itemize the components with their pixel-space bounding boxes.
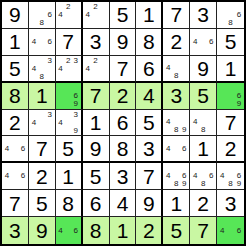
- cell-r2c9[interactable]: 5: [217, 29, 244, 56]
- cell-r7c2[interactable]: 2: [29, 163, 56, 190]
- candidate-4: 4: [191, 38, 199, 46]
- digit: 7: [36, 138, 48, 159]
- candidate-9: 9: [72, 127, 80, 135]
- cell-r7c1[interactable]: 46: [2, 163, 29, 190]
- digit: 5: [90, 166, 102, 187]
- candidate-6: 6: [46, 38, 54, 46]
- cell-r2c3[interactable]: 7: [56, 29, 83, 56]
- cell-r4c4[interactable]: 7: [83, 83, 110, 110]
- digit: 2: [170, 31, 182, 52]
- cell-r6c4[interactable]: 9: [83, 136, 110, 163]
- digit: 9: [36, 220, 48, 241]
- cell-r3c8[interactable]: 9: [190, 56, 217, 83]
- digit: 5: [62, 138, 74, 159]
- cell-r8c2[interactable]: 5: [29, 190, 56, 217]
- cell-r9c3[interactable]: 46: [56, 217, 83, 244]
- digit: 3: [170, 85, 182, 106]
- cell-r2c6[interactable]: 8: [136, 29, 163, 56]
- digit: 1: [170, 193, 182, 214]
- candidate-6: 6: [180, 145, 188, 153]
- candidate-grid: 46: [3, 137, 27, 160]
- cell-r3c3[interactable]: 234: [56, 56, 83, 83]
- cell-r7c6[interactable]: 7: [136, 163, 163, 190]
- cell-r7c8[interactable]: 468: [190, 163, 217, 190]
- candidate-grid: 234: [57, 57, 80, 80]
- candidate-4: 4: [3, 172, 11, 180]
- cell-r5c4[interactable]: 1: [83, 110, 110, 137]
- digit: 7: [62, 31, 74, 52]
- cell-r9c1[interactable]: 3: [2, 217, 29, 244]
- cell-r4c3[interactable]: 69: [56, 83, 83, 110]
- cell-r8c3[interactable]: 8: [56, 190, 83, 217]
- cell-r1c3[interactable]: 24: [56, 2, 83, 29]
- digit: 1: [117, 220, 129, 241]
- cell-r5c5[interactable]: 6: [110, 110, 137, 137]
- cell-r8c4[interactable]: 6: [83, 190, 110, 217]
- digit: 1: [197, 138, 209, 159]
- digit: 2: [117, 85, 129, 106]
- candidate-grid: 24: [84, 57, 108, 80]
- candidate-grid: 468: [191, 164, 215, 188]
- cell-r7c5[interactable]: 3: [110, 163, 137, 190]
- candidate-grid: 68: [218, 3, 243, 27]
- candidate-4: 4: [57, 226, 65, 234]
- cell-r6c8[interactable]: 1: [190, 136, 217, 163]
- digit: 1: [9, 31, 21, 52]
- candidate-2: 2: [92, 57, 100, 65]
- candidate-6: 6: [235, 226, 243, 234]
- candidate-grid: 348: [30, 57, 54, 80]
- candidate-8: 8: [226, 180, 234, 188]
- cell-r2c1[interactable]: 1: [2, 29, 29, 56]
- candidate-4: 4: [57, 11, 65, 19]
- cell-r6c7[interactable]: 46: [163, 136, 190, 163]
- candidate-8: 8: [38, 19, 46, 27]
- cell-r9c6[interactable]: 2: [136, 217, 163, 244]
- candidate-2: 2: [64, 3, 72, 11]
- digit: 5: [197, 85, 209, 106]
- candidate-6: 6: [46, 11, 54, 19]
- digit: 1: [143, 4, 155, 25]
- digit: 8: [62, 193, 74, 214]
- digit: 2: [143, 220, 155, 241]
- cell-r8c1[interactable]: 7: [2, 190, 29, 217]
- cell-r5c7[interactable]: 489: [163, 110, 190, 137]
- digit: 7: [170, 4, 182, 25]
- cell-r3c7[interactable]: 48: [163, 56, 190, 83]
- cell-r9c5[interactable]: 1: [110, 217, 137, 244]
- digit: 9: [117, 31, 129, 52]
- cell-r7c9[interactable]: 4689: [217, 163, 244, 190]
- cell-r1c2[interactable]: 68: [29, 2, 56, 29]
- cell-r1c4[interactable]: 24: [83, 2, 110, 29]
- cell-r5c1[interactable]: 2: [2, 110, 29, 137]
- cell-r9c2[interactable]: 9: [29, 217, 56, 244]
- cell-r5c3[interactable]: 349: [56, 110, 83, 137]
- cell-r8c7[interactable]: 1: [163, 190, 190, 217]
- cell-r5c8[interactable]: 48: [190, 110, 217, 137]
- digit: 2: [225, 138, 237, 159]
- cell-r6c1[interactable]: 46: [2, 136, 29, 163]
- candidate-grid: 69: [57, 84, 80, 108]
- cell-r4c2[interactable]: 1: [29, 83, 56, 110]
- candidate-3: 3: [72, 57, 80, 65]
- cell-r4c8[interactable]: 5: [190, 83, 217, 110]
- digit: 4: [117, 193, 129, 214]
- candidate-grid: 46: [191, 30, 215, 54]
- candidate-9: 9: [180, 126, 188, 134]
- candidate-2: 2: [64, 57, 72, 65]
- cell-r5c6[interactable]: 5: [136, 110, 163, 137]
- candidate-4: 4: [84, 65, 92, 73]
- cell-r5c9[interactable]: 7: [217, 110, 244, 137]
- candidate-4: 4: [84, 11, 92, 19]
- candidate-grid: 46: [3, 164, 27, 188]
- candidate-4: 4: [191, 172, 199, 180]
- digit: 9: [90, 138, 102, 159]
- candidate-4: 4: [57, 119, 65, 127]
- cell-r3c9[interactable]: 1: [217, 56, 244, 83]
- cell-r7c4[interactable]: 5: [83, 163, 110, 190]
- cell-r6c2[interactable]: 7: [29, 136, 56, 163]
- candidate-grid: 68: [30, 3, 54, 27]
- digit: 8: [90, 220, 102, 241]
- candidate-6: 6: [19, 172, 27, 180]
- cell-r2c4[interactable]: 3: [83, 29, 110, 56]
- candidate-3: 3: [46, 57, 54, 65]
- digit: 2: [197, 193, 209, 214]
- digit: 8: [117, 138, 129, 159]
- cell-r4c9[interactable]: 69: [217, 83, 244, 110]
- cell-r8c9[interactable]: 3: [217, 190, 244, 217]
- digit: 5: [170, 220, 182, 241]
- candidate-4: 4: [191, 118, 199, 126]
- candidate-3: 3: [46, 111, 54, 119]
- digit: 8: [143, 31, 155, 52]
- candidate-grid: 46: [164, 137, 188, 160]
- cell-r6c5[interactable]: 8: [110, 136, 137, 163]
- cell-r6c9[interactable]: 2: [217, 136, 244, 163]
- digit: 7: [9, 193, 21, 214]
- digit: 7: [225, 112, 237, 133]
- candidate-8: 8: [172, 126, 180, 134]
- cell-r4c6[interactable]: 4: [136, 83, 163, 110]
- cell-r6c6[interactable]: 3: [136, 136, 163, 163]
- digit: 1: [225, 58, 237, 79]
- candidate-4: 4: [164, 172, 172, 180]
- digit: 3: [143, 138, 155, 159]
- cell-r7c3[interactable]: 1: [56, 163, 83, 190]
- digit: 3: [197, 4, 209, 25]
- candidate-grid: 4689: [164, 164, 188, 188]
- candidate-8: 8: [199, 180, 207, 188]
- candidate-4: 4: [30, 119, 38, 127]
- candidate-4: 4: [164, 118, 172, 126]
- candidate-9: 9: [235, 100, 243, 108]
- cell-r4c1[interactable]: 8: [2, 83, 29, 110]
- digit: 6: [90, 193, 102, 214]
- cell-r3c5[interactable]: 7: [110, 56, 137, 83]
- candidate-grid: 4689: [218, 164, 243, 188]
- cell-r5c2[interactable]: 34: [29, 110, 56, 137]
- cell-r1c1[interactable]: 9: [2, 2, 29, 29]
- candidate-grid: 34: [30, 111, 54, 135]
- candidate-8: 8: [38, 73, 46, 81]
- digit: 9: [143, 193, 155, 214]
- digit: 5: [117, 4, 129, 25]
- candidate-4: 4: [3, 145, 11, 153]
- digit: 5: [36, 193, 48, 214]
- digit: 1: [62, 166, 74, 187]
- cell-r4c5[interactable]: 2: [110, 83, 137, 110]
- digit: 7: [197, 220, 209, 241]
- digit: 3: [117, 166, 129, 187]
- candidate-grid: 489: [164, 111, 188, 135]
- digit: 2: [36, 166, 48, 187]
- cell-r9c4[interactable]: 8: [83, 217, 110, 244]
- candidate-2: 2: [92, 3, 100, 11]
- cell-r1c8[interactable]: 3: [190, 2, 217, 29]
- cell-r3c4[interactable]: 24: [83, 56, 110, 83]
- candidate-3: 3: [72, 111, 80, 119]
- candidate-8: 8: [199, 126, 207, 134]
- cell-r1c5[interactable]: 5: [110, 2, 137, 29]
- cell-r6c3[interactable]: 5: [56, 136, 83, 163]
- candidate-grid: 48: [164, 57, 188, 80]
- cell-r9c8[interactable]: 7: [190, 217, 217, 244]
- candidate-9: 9: [235, 180, 243, 188]
- candidate-9: 9: [72, 100, 80, 108]
- cell-r1c7[interactable]: 7: [163, 2, 190, 29]
- candidate-grid: 24: [57, 3, 80, 27]
- candidate-4: 4: [218, 172, 226, 180]
- candidate-grid: 48: [191, 111, 215, 135]
- cell-r3c1[interactable]: 5: [2, 56, 29, 83]
- candidate-grid: 46: [57, 218, 80, 243]
- digit: 7: [117, 58, 129, 79]
- candidate-6: 6: [207, 172, 215, 180]
- cell-r8c5[interactable]: 4: [110, 190, 137, 217]
- cell-r1c6[interactable]: 1: [136, 2, 163, 29]
- candidate-9: 9: [180, 180, 188, 188]
- digit: 9: [197, 58, 209, 79]
- digit: 5: [225, 31, 237, 52]
- digit: 1: [36, 85, 48, 106]
- candidate-4: 4: [30, 65, 38, 73]
- candidate-4: 4: [164, 145, 172, 153]
- candidate-6: 6: [207, 38, 215, 46]
- candidate-grid: 46: [30, 30, 54, 54]
- digit: 8: [9, 85, 21, 106]
- candidate-8: 8: [172, 72, 180, 80]
- digit: 6: [117, 112, 129, 133]
- candidate-4: 4: [218, 226, 226, 234]
- candidate-4: 4: [30, 38, 38, 46]
- digit: 5: [9, 58, 21, 79]
- candidate-4: 4: [57, 65, 65, 73]
- digit: 2: [9, 112, 21, 133]
- candidate-grid: 349: [57, 111, 80, 135]
- sudoku-board: 9682424517368146739824655348234247648918…: [0, 0, 246, 246]
- cell-r2c7[interactable]: 2: [163, 29, 190, 56]
- cell-r3c2[interactable]: 348: [29, 56, 56, 83]
- cell-r8c8[interactable]: 2: [190, 190, 217, 217]
- candidate-4: 4: [164, 64, 172, 72]
- cell-r9c7[interactable]: 5: [163, 217, 190, 244]
- cell-r9c9[interactable]: 46: [217, 217, 244, 244]
- candidate-grid: 46: [218, 218, 243, 243]
- cell-r4c7[interactable]: 3: [163, 83, 190, 110]
- digit: 7: [143, 166, 155, 187]
- digit: 5: [143, 112, 155, 133]
- digit: 3: [90, 31, 102, 52]
- candidate-6: 6: [72, 226, 80, 234]
- cell-r3c6[interactable]: 6: [136, 56, 163, 83]
- candidate-8: 8: [226, 19, 234, 27]
- candidate-6: 6: [19, 145, 27, 153]
- candidate-6: 6: [235, 11, 243, 19]
- candidate-8: 8: [172, 180, 180, 188]
- cell-r8c6[interactable]: 9: [136, 190, 163, 217]
- cell-r2c8[interactable]: 46: [190, 29, 217, 56]
- digit: 4: [143, 85, 155, 106]
- digit: 3: [225, 193, 237, 214]
- digit: 3: [9, 220, 21, 241]
- candidate-grid: 24: [84, 3, 108, 27]
- cell-r2c2[interactable]: 46: [29, 29, 56, 56]
- cell-r7c7[interactable]: 4689: [163, 163, 190, 190]
- cell-r1c9[interactable]: 68: [217, 2, 244, 29]
- digit: 6: [143, 58, 155, 79]
- digit: 7: [90, 85, 102, 106]
- candidate-grid: 69: [218, 84, 243, 108]
- digit: 9: [9, 4, 21, 25]
- cell-r2c5[interactable]: 9: [110, 29, 137, 56]
- digit: 1: [90, 112, 102, 133]
